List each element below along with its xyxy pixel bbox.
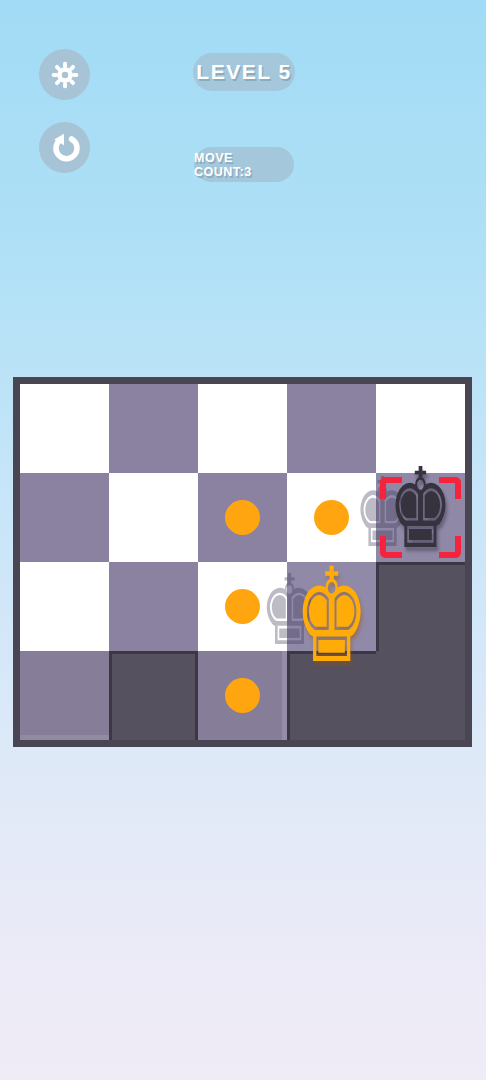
move-count-label: MOVE COUNT:3 (194, 151, 294, 179)
cell-r1c2[interactable] (109, 384, 198, 473)
cell-r3c1[interactable] (20, 562, 109, 651)
restart-button[interactable] (39, 122, 90, 173)
gear-icon (50, 60, 80, 90)
cell-r1c1[interactable] (20, 384, 109, 473)
move-count-badge: MOVE COUNT:3 (194, 147, 294, 182)
settings-button[interactable] (39, 49, 90, 100)
game-screen: LEVEL 5 MOVE COUNT:3 ♚♚♚♚ (0, 0, 486, 1080)
cell-r4c2 (109, 651, 198, 740)
yellow-king[interactable]: ♚ (291, 499, 371, 678)
cell-r3c5 (376, 562, 465, 651)
restart-icon (50, 133, 80, 163)
puzzle-board: ♚♚♚♚ (13, 377, 472, 747)
cell-r4c1[interactable] (20, 651, 109, 740)
move-dot[interactable] (225, 678, 260, 713)
cell-r2c1[interactable] (20, 473, 109, 562)
level-badge: LEVEL 5 (193, 53, 295, 91)
level-label: LEVEL 5 (196, 60, 291, 84)
cell-r4c5 (376, 651, 465, 740)
cell-r3c2[interactable] (109, 562, 198, 651)
cell-r2c5[interactable] (376, 473, 465, 562)
capture-target-marker (380, 477, 461, 558)
cell-r1c3[interactable] (198, 384, 287, 473)
cell-r2c2[interactable] (109, 473, 198, 562)
